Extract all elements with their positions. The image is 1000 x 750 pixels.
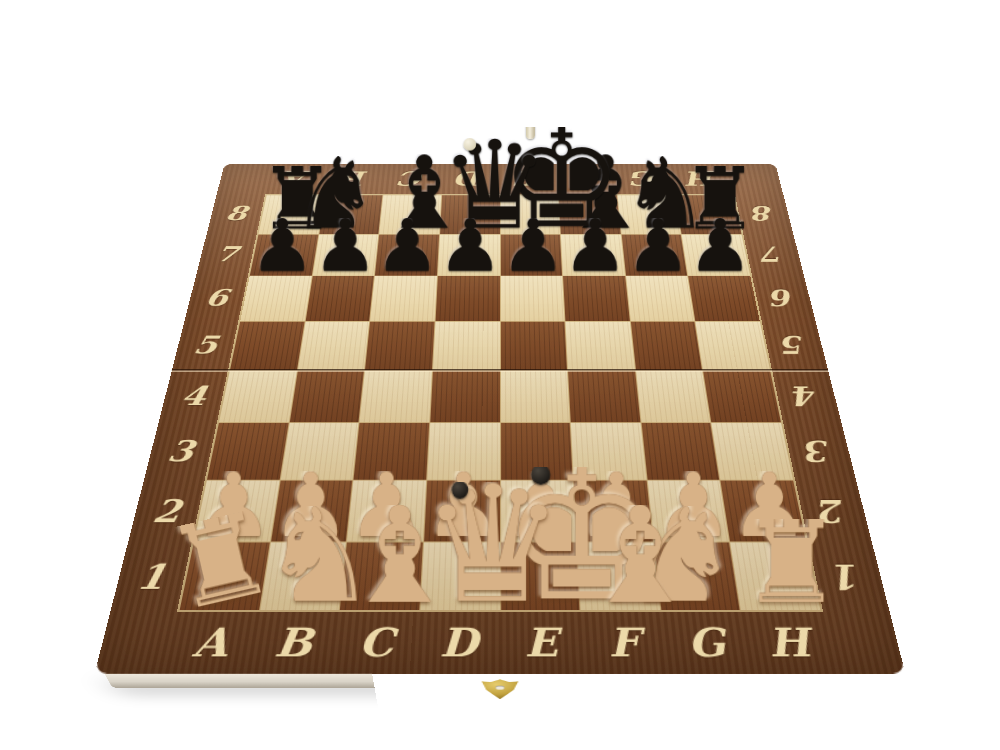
piece-glyph: ♜ xyxy=(682,166,759,233)
file-labels-top: ABCDEFGH xyxy=(265,163,735,193)
black-rook-a8: ♜ xyxy=(259,166,319,233)
file-label-top-g: G xyxy=(614,163,676,193)
square-b8: ♞ xyxy=(319,195,383,234)
square-e7: ♟ xyxy=(500,234,562,275)
white-pawn-f2: ♟ xyxy=(577,471,652,540)
rank-label-left-8: 8 xyxy=(207,194,265,233)
square-g7: ♟ xyxy=(621,234,687,275)
file-label-top-a: A xyxy=(265,163,329,193)
ivory-ball-finial-icon xyxy=(464,138,476,150)
square-d2: ♟ xyxy=(424,480,500,541)
square-a6 xyxy=(240,276,311,321)
square-b5 xyxy=(298,322,370,370)
square-e3 xyxy=(501,423,573,479)
square-f1: ♝ xyxy=(577,543,660,610)
board-side-edge xyxy=(105,674,896,689)
square-f6 xyxy=(563,276,629,321)
square-b3 xyxy=(280,423,358,479)
square-f3 xyxy=(571,423,646,479)
piece-glyph: ♟ xyxy=(194,471,273,540)
white-pawn-e2: ♟ xyxy=(501,471,576,540)
square-e1: ♚ xyxy=(501,543,580,610)
brass-clasp-icon xyxy=(482,679,519,699)
chess-board: ♜♞♝♛♚♝♞♜♟♟♟♟♟♟♟♟♟♟♟♟♟♟♟♟♜♞♝♛♚♝♞♜ 8765432… xyxy=(95,164,906,674)
square-d7: ♟ xyxy=(438,234,500,275)
square-g3 xyxy=(641,423,719,479)
square-e8: ♚ xyxy=(500,195,560,234)
square-f7: ♟ xyxy=(561,234,625,275)
square-g6 xyxy=(626,276,695,321)
square-g2: ♟ xyxy=(647,480,729,541)
rank-label-right-2: 2 xyxy=(795,480,872,543)
file-label-bottom-c: C xyxy=(332,612,419,674)
square-b1: ♞ xyxy=(260,543,346,610)
piece-glyph: ♟ xyxy=(730,471,809,540)
square-a2: ♟ xyxy=(194,480,279,541)
file-label-bottom-e: E xyxy=(500,612,584,674)
black-bishop-c8: ♝ xyxy=(380,155,440,233)
rank-label-right-3: 3 xyxy=(783,423,856,481)
piece-glyph: ♟ xyxy=(347,471,426,540)
white-pawn-c2: ♟ xyxy=(347,471,422,540)
square-b6 xyxy=(305,276,374,321)
square-f2: ♟ xyxy=(574,480,653,541)
white-pawn-b2: ♟ xyxy=(271,471,346,540)
square-h3 xyxy=(712,423,793,479)
square-c3 xyxy=(354,423,429,479)
square-c4 xyxy=(360,370,432,422)
white-knight-g1: ♞ xyxy=(661,506,740,608)
square-a3 xyxy=(207,423,288,479)
file-label-top-e: E xyxy=(500,163,559,193)
scene: ♜♞♝♛♚♝♞♜♟♟♟♟♟♟♟♟♟♟♟♟♟♟♟♟♜♞♝♛♚♝♞♜ 8765432… xyxy=(0,0,1000,750)
rank-label-right-8: 8 xyxy=(735,194,793,233)
file-label-top-d: D xyxy=(441,163,500,193)
square-d8: ♛ xyxy=(440,195,500,234)
square-c5 xyxy=(365,322,434,370)
square-g4 xyxy=(636,370,711,422)
square-h4 xyxy=(703,370,781,422)
square-d4 xyxy=(430,370,499,422)
rank-label-right-6: 6 xyxy=(752,275,815,320)
rank-label-left-5: 5 xyxy=(172,321,238,370)
file-label-bottom-d: D xyxy=(416,612,500,674)
square-e5 xyxy=(500,322,567,370)
rank-label-right-5: 5 xyxy=(762,321,828,370)
piece-glyph: ♟ xyxy=(271,471,350,540)
black-knight-b8: ♞ xyxy=(319,156,379,233)
white-pawn-h2: ♟ xyxy=(730,471,805,540)
white-queen-d1: ♛ xyxy=(420,482,499,608)
square-c6 xyxy=(370,276,436,321)
black-knight-g8: ♞ xyxy=(621,156,681,233)
file-label-top-f: F xyxy=(557,163,617,193)
piece-glyph: ♟ xyxy=(577,471,656,540)
square-c1: ♝ xyxy=(340,543,423,610)
ivory-stem-finial-icon xyxy=(526,116,535,139)
square-f5 xyxy=(566,322,635,370)
square-a4 xyxy=(219,370,297,422)
square-h2: ♟ xyxy=(721,480,806,541)
file-labels-bottom: ABCDEFGH xyxy=(164,612,837,674)
square-e4 xyxy=(501,370,570,422)
square-a1: ♜ xyxy=(180,543,270,610)
square-a5 xyxy=(230,322,304,370)
square-g8: ♞ xyxy=(617,195,681,234)
square-g1: ♞ xyxy=(654,543,740,610)
file-label-bottom-f: F xyxy=(581,612,668,674)
board-squares: ♜♞♝♛♚♝♞♜♟♟♟♟♟♟♟♟♟♟♟♟♟♟♟♟♜♞♝♛♚♝♞♜ xyxy=(177,194,823,612)
square-h8: ♜ xyxy=(676,195,742,234)
file-label-bottom-h: H xyxy=(742,612,836,674)
square-a7: ♟ xyxy=(250,234,318,275)
rank-label-left-7: 7 xyxy=(196,233,257,275)
file-label-bottom-b: B xyxy=(248,612,339,674)
black-rook-h8: ♜ xyxy=(682,166,742,233)
square-d1: ♛ xyxy=(420,543,499,610)
file-label-top-h: H xyxy=(671,163,735,193)
square-a8: ♜ xyxy=(259,195,325,234)
square-h6 xyxy=(689,276,760,321)
square-h7: ♟ xyxy=(682,234,750,275)
rank-label-right-4: 4 xyxy=(772,370,842,423)
square-c2: ♟ xyxy=(347,480,426,541)
rank-label-left-6: 6 xyxy=(184,275,247,320)
square-b4 xyxy=(289,370,364,422)
white-rook-h1: ♜ xyxy=(741,519,820,608)
black-queen-d8: ♛ xyxy=(440,138,500,233)
square-h1: ♜ xyxy=(731,543,821,610)
file-label-bottom-g: G xyxy=(662,612,753,674)
rank-label-right-7: 7 xyxy=(743,233,804,275)
product-photo: ♜♞♝♛♚♝♞♜♟♟♟♟♟♟♟♟♟♟♟♟♟♟♟♟♜♞♝♛♚♝♞♜ 8765432… xyxy=(0,0,1000,750)
white-knight-b1: ♞ xyxy=(260,506,339,608)
square-h5 xyxy=(696,322,770,370)
square-c8: ♝ xyxy=(380,195,442,234)
piece-glyph: ♜ xyxy=(741,519,843,608)
square-d5 xyxy=(433,322,500,370)
black-bishop-f8: ♝ xyxy=(561,155,621,233)
square-f8: ♝ xyxy=(559,195,621,234)
file-label-top-b: B xyxy=(324,163,386,193)
piece-glyph: ♟ xyxy=(424,471,503,540)
file-label-bottom-a: A xyxy=(164,612,258,674)
file-label-top-c: C xyxy=(383,163,443,193)
square-e2: ♟ xyxy=(501,480,577,541)
white-pawn-a2: ♟ xyxy=(194,471,269,540)
square-d6 xyxy=(435,276,499,321)
white-pawn-d2: ♟ xyxy=(424,471,499,540)
black-king-e8: ♚ xyxy=(500,127,560,233)
square-e6 xyxy=(500,276,564,321)
white-rook-a1: ♜ xyxy=(161,512,258,616)
square-f4 xyxy=(568,370,640,422)
square-g5 xyxy=(631,322,703,370)
square-c7: ♟ xyxy=(375,234,439,275)
square-b2: ♟ xyxy=(271,480,353,541)
white-pawn-g2: ♟ xyxy=(654,471,729,540)
square-d3 xyxy=(427,423,499,479)
piece-glyph: ♟ xyxy=(501,471,580,540)
square-b7: ♟ xyxy=(312,234,378,275)
